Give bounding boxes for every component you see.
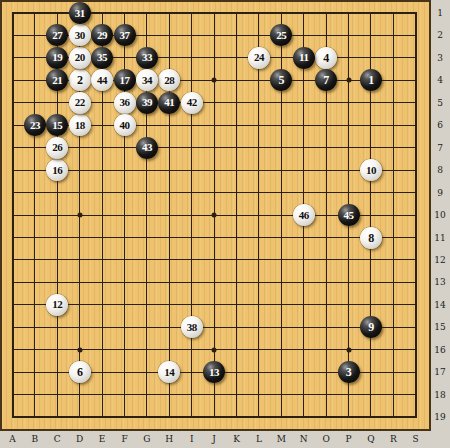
star-point: [212, 78, 217, 83]
move-number: 10: [366, 165, 376, 176]
move-number: 2: [77, 74, 83, 86]
column-label-R: R: [390, 434, 397, 444]
stone-white-40[interactable]: 40: [114, 114, 136, 136]
column-label-Q: Q: [367, 434, 374, 444]
move-number: 24: [254, 52, 264, 63]
star-point: [77, 213, 82, 218]
move-number: 25: [276, 30, 286, 41]
stone-black-33[interactable]: 33: [136, 47, 158, 69]
move-number: 23: [30, 120, 40, 131]
row-label-9: 9: [430, 188, 450, 198]
star-point: [346, 78, 351, 83]
column-labels-strip: [0, 431, 450, 448]
stone-white-28[interactable]: 28: [158, 69, 180, 91]
row-label-6: 6: [430, 120, 450, 130]
row-label-4: 4: [430, 75, 450, 85]
column-label-E: E: [99, 434, 106, 444]
stone-black-19[interactable]: 19: [46, 47, 68, 69]
row-label-18: 18: [430, 390, 450, 400]
grid-line-horizontal: [12, 416, 417, 418]
move-number: 46: [299, 210, 309, 221]
stone-black-23[interactable]: 23: [24, 114, 46, 136]
stone-white-16[interactable]: 16: [46, 159, 68, 181]
grid-line-horizontal: [12, 237, 417, 238]
row-label-8: 8: [430, 165, 450, 175]
move-number: 20: [75, 52, 85, 63]
grid-line-horizontal: [12, 327, 417, 328]
column-label-S: S: [413, 434, 419, 444]
move-number: 40: [120, 120, 130, 131]
move-number: 3: [346, 366, 352, 378]
move-number: 19: [52, 52, 62, 63]
stone-black-17[interactable]: 17: [114, 69, 136, 91]
stone-white-24[interactable]: 24: [248, 47, 270, 69]
stone-black-15[interactable]: 15: [46, 114, 68, 136]
stone-white-36[interactable]: 36: [114, 92, 136, 114]
move-number: 11: [299, 52, 308, 63]
stone-black-39[interactable]: 39: [136, 92, 158, 114]
row-label-17: 17: [430, 367, 450, 377]
move-number: 30: [75, 30, 85, 41]
stone-white-42[interactable]: 42: [181, 92, 203, 114]
move-number: 15: [52, 120, 62, 131]
move-number: 8: [368, 232, 374, 244]
column-label-J: J: [212, 434, 216, 444]
stone-black-9[interactable]: 9: [360, 316, 382, 338]
move-number: 28: [164, 75, 174, 86]
stone-white-14[interactable]: 14: [158, 361, 180, 383]
stone-white-12[interactable]: 12: [46, 294, 68, 316]
stone-black-11[interactable]: 11: [293, 47, 315, 69]
go-game-diagram: 1234567891011121314151617181920212223242…: [0, 0, 450, 448]
move-number: 44: [97, 75, 107, 86]
move-number: 13: [209, 367, 219, 378]
stone-black-1[interactable]: 1: [360, 69, 382, 91]
stone-black-27[interactable]: 27: [46, 24, 68, 46]
stone-black-43[interactable]: 43: [136, 137, 158, 159]
grid-line-horizontal: [12, 259, 417, 260]
row-label-15: 15: [430, 322, 450, 332]
column-label-P: P: [345, 434, 351, 444]
row-label-14: 14: [430, 300, 450, 310]
stone-white-8[interactable]: 8: [360, 227, 382, 249]
stone-white-2[interactable]: 2: [69, 69, 91, 91]
column-label-L: L: [256, 434, 262, 444]
row-label-2: 2: [430, 30, 450, 40]
move-number: 31: [75, 8, 85, 19]
column-label-F: F: [121, 434, 127, 444]
column-label-B: B: [32, 434, 39, 444]
stone-white-6[interactable]: 6: [69, 361, 91, 383]
stone-black-41[interactable]: 41: [158, 92, 180, 114]
move-number: 12: [52, 299, 62, 310]
move-number: 45: [344, 210, 354, 221]
move-number: 42: [187, 97, 197, 108]
stone-black-29[interactable]: 29: [91, 24, 113, 46]
move-number: 38: [187, 322, 197, 333]
grid-line-vertical: [393, 12, 394, 418]
stone-black-7[interactable]: 7: [315, 69, 337, 91]
move-number: 27: [52, 30, 62, 41]
stone-white-22[interactable]: 22: [69, 92, 91, 114]
stone-black-37[interactable]: 37: [114, 24, 136, 46]
row-label-12: 12: [430, 255, 450, 265]
stone-white-4[interactable]: 4: [315, 47, 337, 69]
move-number: 14: [164, 367, 174, 378]
move-number: 37: [120, 30, 130, 41]
grid-line-vertical: [415, 12, 417, 418]
move-number: 21: [52, 75, 62, 86]
stone-black-13[interactable]: 13: [203, 361, 225, 383]
move-number: 6: [77, 366, 83, 378]
stone-white-26[interactable]: 26: [46, 137, 68, 159]
row-label-7: 7: [430, 143, 450, 153]
row-labels-strip: [431, 0, 450, 448]
column-label-C: C: [54, 434, 61, 444]
move-number: 36: [120, 97, 130, 108]
star-point: [212, 213, 217, 218]
move-number: 17: [120, 75, 130, 86]
move-number: 29: [97, 30, 107, 41]
stone-white-18[interactable]: 18: [69, 114, 91, 136]
move-number: 39: [142, 97, 152, 108]
move-number: 33: [142, 52, 152, 63]
column-label-K: K: [233, 434, 240, 444]
move-number: 16: [52, 165, 62, 176]
row-label-11: 11: [430, 233, 450, 243]
move-number: 1: [368, 74, 374, 86]
stone-white-46[interactable]: 46: [293, 204, 315, 226]
stone-black-25[interactable]: 25: [270, 24, 292, 46]
move-number: 5: [279, 74, 285, 86]
move-number: 34: [142, 75, 152, 86]
stone-white-44[interactable]: 44: [91, 69, 113, 91]
column-label-M: M: [277, 434, 286, 444]
column-label-A: A: [9, 434, 16, 444]
star-point: [212, 347, 217, 352]
row-label-1: 1: [430, 8, 450, 18]
move-number: 26: [52, 142, 62, 153]
stone-black-21[interactable]: 21: [46, 69, 68, 91]
go-board[interactable]: 1234567891011121314151617181920212223242…: [0, 0, 431, 431]
column-label-N: N: [300, 434, 308, 444]
row-label-3: 3: [430, 53, 450, 63]
stone-white-34[interactable]: 34: [136, 69, 158, 91]
stone-black-3[interactable]: 3: [338, 361, 360, 383]
move-number: 7: [323, 74, 329, 86]
stone-white-38[interactable]: 38: [181, 316, 203, 338]
stone-white-20[interactable]: 20: [69, 47, 91, 69]
move-number: 41: [164, 97, 174, 108]
grid-line-vertical: [258, 12, 259, 418]
grid-line-vertical: [236, 12, 237, 418]
star-point: [77, 347, 82, 352]
row-label-16: 16: [430, 345, 450, 355]
move-number: 43: [142, 142, 152, 153]
stone-white-30[interactable]: 30: [69, 24, 91, 46]
column-label-I: I: [190, 434, 194, 444]
stone-white-10[interactable]: 10: [360, 159, 382, 181]
grid-line-horizontal: [12, 282, 417, 283]
row-label-13: 13: [430, 277, 450, 287]
move-number: 4: [323, 52, 329, 64]
move-number: 35: [97, 52, 107, 63]
stone-black-45[interactable]: 45: [338, 204, 360, 226]
stone-black-35[interactable]: 35: [91, 47, 113, 69]
grid-line-horizontal: [12, 304, 417, 305]
move-number: 9: [368, 321, 374, 333]
row-label-5: 5: [430, 98, 450, 108]
row-label-10: 10: [430, 210, 450, 220]
stone-black-31[interactable]: 31: [69, 2, 91, 24]
move-number: 18: [75, 120, 85, 131]
star-point: [346, 347, 351, 352]
row-label-19: 19: [430, 412, 450, 422]
stone-black-5[interactable]: 5: [270, 69, 292, 91]
column-label-D: D: [76, 434, 83, 444]
grid-line-horizontal: [12, 394, 417, 395]
move-number: 22: [75, 97, 85, 108]
column-label-H: H: [165, 434, 173, 444]
column-label-G: G: [143, 434, 150, 444]
column-label-O: O: [322, 434, 329, 444]
